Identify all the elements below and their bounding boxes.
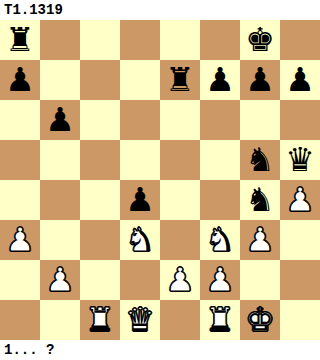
square-h3[interactable] (280, 220, 320, 260)
square-d7[interactable] (120, 60, 160, 100)
square-g5[interactable]: ♞ (240, 140, 280, 180)
square-e6[interactable] (160, 100, 200, 140)
square-h2[interactable] (280, 260, 320, 300)
black-pawn-piece: ♟ (245, 60, 275, 100)
black-knight-piece: ♞ (245, 140, 275, 180)
square-b1[interactable] (40, 300, 80, 340)
square-b2[interactable]: ♟ (40, 260, 80, 300)
square-f4[interactable] (200, 180, 240, 220)
square-c2[interactable] (80, 260, 120, 300)
square-h4[interactable]: ♟ (280, 180, 320, 220)
white-pawn-piece: ♟ (5, 220, 35, 260)
square-d1[interactable]: ♛ (120, 300, 160, 340)
square-d4[interactable]: ♟ (120, 180, 160, 220)
square-a7[interactable]: ♟ (0, 60, 40, 100)
square-g2[interactable] (240, 260, 280, 300)
white-pawn-piece: ♟ (45, 260, 75, 300)
square-e3[interactable] (160, 220, 200, 260)
square-e7[interactable]: ♜ (160, 60, 200, 100)
puzzle-id-label: T1.1319 (0, 0, 320, 20)
white-king-piece: ♚ (245, 300, 275, 340)
square-a2[interactable] (0, 260, 40, 300)
white-rook-piece: ♜ (205, 300, 235, 340)
white-pawn-piece: ♟ (205, 260, 235, 300)
white-queen-piece: ♛ (125, 300, 155, 340)
square-b4[interactable] (40, 180, 80, 220)
square-g4[interactable]: ♞ (240, 180, 280, 220)
square-b3[interactable] (40, 220, 80, 260)
square-g3[interactable]: ♟ (240, 220, 280, 260)
square-e8[interactable] (160, 20, 200, 60)
square-g1[interactable]: ♚ (240, 300, 280, 340)
square-f8[interactable] (200, 20, 240, 60)
square-e2[interactable]: ♟ (160, 260, 200, 300)
square-d5[interactable] (120, 140, 160, 180)
black-pawn-piece: ♟ (125, 180, 155, 220)
square-c1[interactable]: ♜ (80, 300, 120, 340)
square-c4[interactable] (80, 180, 120, 220)
square-c8[interactable] (80, 20, 120, 60)
square-f2[interactable]: ♟ (200, 260, 240, 300)
square-g7[interactable]: ♟ (240, 60, 280, 100)
white-rook-piece: ♜ (85, 300, 115, 340)
black-rook-piece: ♜ (165, 60, 195, 100)
square-c7[interactable] (80, 60, 120, 100)
white-knight-piece: ♞ (205, 220, 235, 260)
move-prompt-label: 1... ? (0, 340, 320, 360)
square-d2[interactable] (120, 260, 160, 300)
square-f7[interactable]: ♟ (200, 60, 240, 100)
white-knight-piece: ♞ (125, 220, 155, 260)
square-d3[interactable]: ♞ (120, 220, 160, 260)
square-a1[interactable] (0, 300, 40, 340)
black-pawn-piece: ♟ (285, 60, 315, 100)
square-e5[interactable] (160, 140, 200, 180)
chess-board: ♜♚♟♜♟♟♟♟♞♛♟♞♟♟♞♞♟♟♟♟♜♛♜♚ (0, 20, 320, 340)
square-e1[interactable] (160, 300, 200, 340)
black-knight-piece: ♞ (245, 180, 275, 220)
square-g8[interactable]: ♚ (240, 20, 280, 60)
black-pawn-piece: ♟ (205, 60, 235, 100)
square-f3[interactable]: ♞ (200, 220, 240, 260)
white-pawn-piece: ♟ (285, 180, 315, 220)
square-a8[interactable]: ♜ (0, 20, 40, 60)
square-c6[interactable] (80, 100, 120, 140)
square-d6[interactable] (120, 100, 160, 140)
white-pawn-piece: ♟ (245, 220, 275, 260)
white-pawn-piece: ♟ (165, 260, 195, 300)
square-h7[interactable]: ♟ (280, 60, 320, 100)
square-a4[interactable] (0, 180, 40, 220)
square-e4[interactable] (160, 180, 200, 220)
square-a5[interactable] (0, 140, 40, 180)
square-a6[interactable] (0, 100, 40, 140)
black-pawn-piece: ♟ (5, 60, 35, 100)
square-f1[interactable]: ♜ (200, 300, 240, 340)
square-h5[interactable]: ♛ (280, 140, 320, 180)
square-h8[interactable] (280, 20, 320, 60)
square-b5[interactable] (40, 140, 80, 180)
square-a3[interactable]: ♟ (0, 220, 40, 260)
square-b6[interactable]: ♟ (40, 100, 80, 140)
chess-puzzle-app: T1.1319 ♜♚♟♜♟♟♟♟♞♛♟♞♟♟♞♞♟♟♟♟♜♛♜♚ 1... ? (0, 0, 320, 360)
black-king-piece: ♚ (245, 20, 275, 60)
black-rook-piece: ♜ (5, 20, 35, 60)
square-b7[interactable] (40, 60, 80, 100)
square-c3[interactable] (80, 220, 120, 260)
square-h1[interactable] (280, 300, 320, 340)
square-h6[interactable] (280, 100, 320, 140)
square-d8[interactable] (120, 20, 160, 60)
square-b8[interactable] (40, 20, 80, 60)
black-pawn-piece: ♟ (45, 100, 75, 140)
square-c5[interactable] (80, 140, 120, 180)
square-f5[interactable] (200, 140, 240, 180)
square-g6[interactable] (240, 100, 280, 140)
square-f6[interactable] (200, 100, 240, 140)
black-queen-piece: ♛ (285, 140, 315, 180)
